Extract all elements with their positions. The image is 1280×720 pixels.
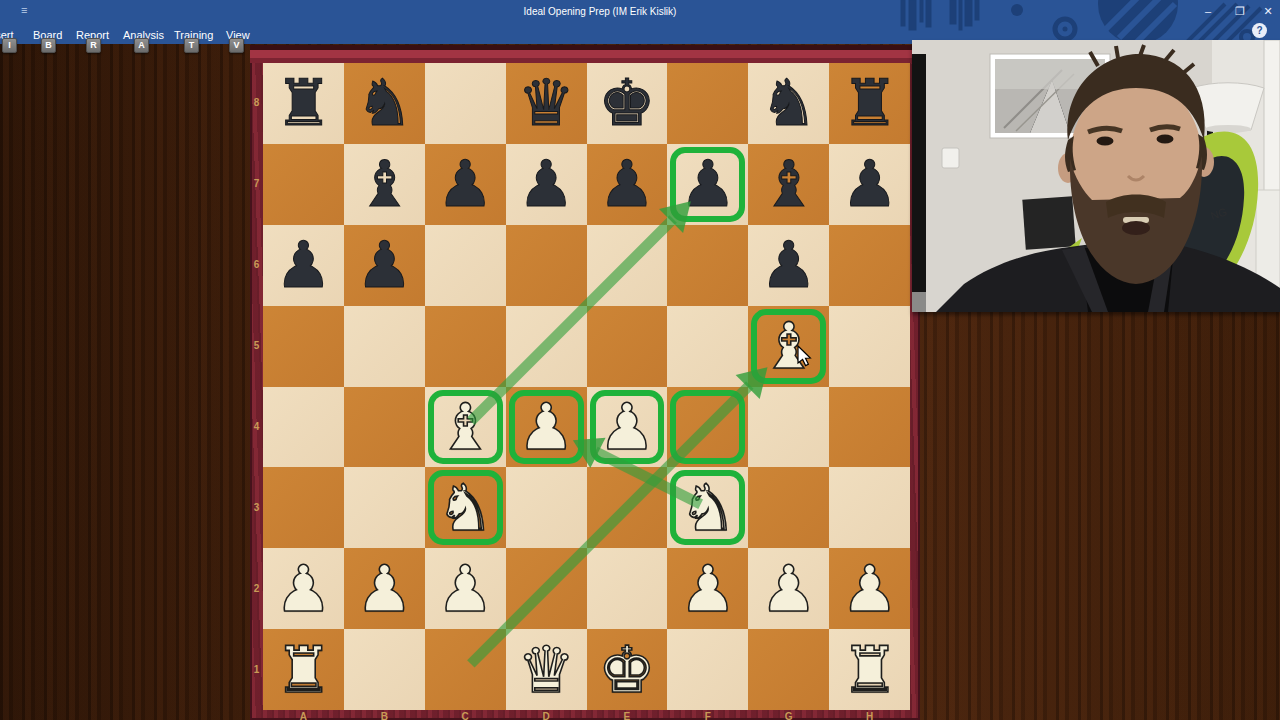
piece-wN-c3[interactable]: ♞: [437, 476, 494, 540]
square-b5[interactable]: [344, 306, 425, 387]
minimize-button[interactable]: –: [1197, 3, 1219, 21]
keytip-B: B: [41, 38, 56, 53]
rank-label-8: 8: [250, 97, 263, 108]
square-e6[interactable]: [587, 225, 668, 306]
square-a5[interactable]: [263, 306, 344, 387]
chess-board[interactable]: ♜♞♛♚♞♜♝♟♟♟♟♝♟♟♟♟♝♝♟♟♞♞♟♟♟♟♟♟♜♛♚♜: [263, 63, 910, 710]
square-c2[interactable]: ♟: [425, 548, 506, 629]
square-d5[interactable]: [506, 306, 587, 387]
piece-wP-b2[interactable]: ♟: [356, 557, 413, 621]
piece-wQ-d1[interactable]: ♛: [517, 638, 574, 702]
square-e1[interactable]: ♚: [587, 629, 668, 710]
keytip-A: A: [134, 38, 149, 53]
rank-label-6: 6: [250, 259, 263, 270]
piece-wB-g5[interactable]: ♝: [760, 314, 817, 378]
chess-board-frame: ♜♞♛♚♞♜♝♟♟♟♟♝♟♟♟♟♝♝♟♟♞♞♟♟♟♟♟♟♜♛♚♜ 8765432…: [250, 45, 920, 720]
square-h6[interactable]: [829, 225, 910, 306]
piece-bP-h7[interactable]: ♟: [841, 152, 898, 216]
square-e7[interactable]: ♟: [587, 144, 668, 225]
restore-button[interactable]: ❐: [1229, 3, 1251, 21]
piece-bN-b8[interactable]: ♞: [356, 71, 413, 135]
square-b1[interactable]: [344, 629, 425, 710]
square-d6[interactable]: [506, 225, 587, 306]
piece-bQ-d8[interactable]: ♛: [517, 71, 574, 135]
square-b2[interactable]: ♟: [344, 548, 425, 629]
rank-label-2: 2: [250, 583, 263, 594]
dark-monitor-edge: [912, 54, 926, 292]
square-c1[interactable]: [425, 629, 506, 710]
square-b3[interactable]: [344, 467, 425, 548]
file-label-D: D: [506, 711, 587, 720]
piece-wP-d4[interactable]: ♟: [517, 395, 574, 459]
keytip-T: T: [184, 38, 199, 53]
square-f6[interactable]: [667, 225, 748, 306]
square-h4[interactable]: [829, 387, 910, 468]
webcam-video: NG: [912, 40, 1280, 312]
file-label-A: A: [263, 711, 344, 720]
piece-wN-f3[interactable]: ♞: [679, 476, 736, 540]
piece-wP-f2[interactable]: ♟: [679, 557, 736, 621]
square-c8[interactable]: [425, 63, 506, 144]
square-e4[interactable]: ♟: [587, 387, 668, 468]
board-frame-stripe: [250, 45, 920, 63]
square-c3[interactable]: ♞: [425, 467, 506, 548]
piece-bK-e8[interactable]: ♚: [598, 71, 655, 135]
file-label-H: H: [829, 711, 910, 720]
piece-bB-b7[interactable]: ♝: [356, 152, 413, 216]
piece-bP-g6[interactable]: ♟: [760, 233, 817, 297]
square-d4[interactable]: ♟: [506, 387, 587, 468]
light-switch: [942, 148, 959, 168]
square-a3[interactable]: [263, 467, 344, 548]
file-label-C: C: [425, 711, 506, 720]
piece-bP-f7[interactable]: ♟: [679, 152, 736, 216]
square-e5[interactable]: [587, 306, 668, 387]
square-h2[interactable]: ♟: [829, 548, 910, 629]
square-b8[interactable]: ♞: [344, 63, 425, 144]
square-g2[interactable]: ♟: [748, 548, 829, 629]
square-b7[interactable]: ♝: [344, 144, 425, 225]
square-f1[interactable]: [667, 629, 748, 710]
square-f7[interactable]: ♟: [667, 144, 748, 225]
piece-wB-c4[interactable]: ♝: [437, 395, 494, 459]
square-d8[interactable]: ♛: [506, 63, 587, 144]
square-f3[interactable]: ♞: [667, 467, 748, 548]
rank-label-3: 3: [250, 502, 263, 513]
keytip-R: R: [86, 38, 101, 53]
square-c7[interactable]: ♟: [425, 144, 506, 225]
piece-wP-g2[interactable]: ♟: [760, 557, 817, 621]
square-f2[interactable]: ♟: [667, 548, 748, 629]
rank-label-7: 7: [250, 178, 263, 189]
file-label-F: F: [667, 711, 748, 720]
piece-wR-a1[interactable]: ♜: [275, 638, 332, 702]
square-h8[interactable]: ♜: [829, 63, 910, 144]
piece-bP-c7[interactable]: ♟: [437, 152, 494, 216]
piece-bN-g8[interactable]: ♞: [760, 71, 817, 135]
rank-label-5: 5: [250, 340, 263, 351]
piece-wP-a2[interactable]: ♟: [275, 557, 332, 621]
square-c5[interactable]: [425, 306, 506, 387]
square-g3[interactable]: [748, 467, 829, 548]
square-b6[interactable]: ♟: [344, 225, 425, 306]
square-g6[interactable]: ♟: [748, 225, 829, 306]
square-b4[interactable]: [344, 387, 425, 468]
square-c6[interactable]: [425, 225, 506, 306]
piece-bP-a6[interactable]: ♟: [275, 233, 332, 297]
piece-bP-e7[interactable]: ♟: [598, 152, 655, 216]
desk-monitor: [1022, 196, 1075, 249]
square-e2[interactable]: [587, 548, 668, 629]
piece-bR-h8[interactable]: ♜: [841, 71, 898, 135]
close-button[interactable]: ✕: [1257, 3, 1279, 21]
rank-label-1: 1: [250, 664, 263, 675]
square-d1[interactable]: ♛: [506, 629, 587, 710]
square-g8[interactable]: ♞: [748, 63, 829, 144]
help-button[interactable]: ?: [1252, 23, 1267, 38]
square-d2[interactable]: [506, 548, 587, 629]
square-g5[interactable]: ♝: [748, 306, 829, 387]
square-e3[interactable]: [587, 467, 668, 548]
square-h7[interactable]: ♟: [829, 144, 910, 225]
square-a4[interactable]: [263, 387, 344, 468]
square-a8[interactable]: ♜: [263, 63, 344, 144]
square-a6[interactable]: ♟: [263, 225, 344, 306]
piece-bB-g7[interactable]: ♝: [760, 152, 817, 216]
piece-wP-h2[interactable]: ♟: [841, 557, 898, 621]
square-h3[interactable]: [829, 467, 910, 548]
square-f5[interactable]: [667, 306, 748, 387]
rank-label-4: 4: [250, 421, 263, 432]
square-a1[interactable]: ♜: [263, 629, 344, 710]
square-g1[interactable]: [748, 629, 829, 710]
square-a7[interactable]: [263, 144, 344, 225]
square-g4[interactable]: [748, 387, 829, 468]
piece-wP-c2[interactable]: ♟: [437, 557, 494, 621]
keytip-I: I: [2, 38, 17, 53]
square-h1[interactable]: ♜: [829, 629, 910, 710]
square-f4[interactable]: [667, 387, 748, 468]
piece-bP-b6[interactable]: ♟: [356, 233, 413, 297]
square-f8[interactable]: [667, 63, 748, 144]
square-d3[interactable]: [506, 467, 587, 548]
square-a2[interactable]: ♟: [263, 548, 344, 629]
file-label-G: G: [748, 711, 829, 720]
square-d7[interactable]: ♟: [506, 144, 587, 225]
piece-wR-h1[interactable]: ♜: [841, 638, 898, 702]
square-c4[interactable]: ♝: [425, 387, 506, 468]
keytip-V: V: [229, 38, 244, 53]
piece-wP-e4[interactable]: ♟: [598, 395, 655, 459]
square-g7[interactable]: ♝: [748, 144, 829, 225]
square-h5[interactable]: [829, 306, 910, 387]
piece-bR-a8[interactable]: ♜: [275, 71, 332, 135]
file-label-E: E: [587, 711, 668, 720]
titlebar-decoration: [895, 0, 1280, 40]
piece-bP-d7[interactable]: ♟: [517, 152, 574, 216]
square-e8[interactable]: ♚: [587, 63, 668, 144]
file-label-B: B: [344, 711, 425, 720]
piece-wK-e1[interactable]: ♚: [598, 638, 655, 702]
desktop: { "window": { "title": "Ideal Opening Pr…: [0, 0, 1280, 720]
